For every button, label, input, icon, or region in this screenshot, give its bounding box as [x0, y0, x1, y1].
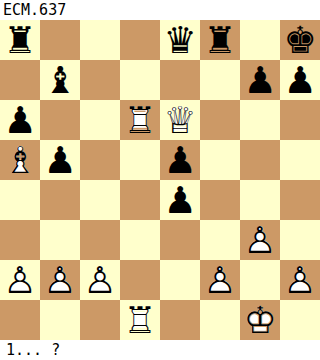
white-pawn-icon-outline: ♙ [280, 260, 320, 300]
square-f8[interactable]: ♜ [200, 20, 240, 60]
square-b5[interactable]: ♟ [40, 140, 80, 180]
square-b8[interactable] [40, 20, 80, 60]
black-rook-icon: ♜ [200, 20, 240, 60]
square-d7[interactable] [120, 60, 160, 100]
square-h4[interactable] [280, 180, 320, 220]
square-e3[interactable] [160, 220, 200, 260]
square-f6[interactable] [200, 100, 240, 140]
black-rook-icon: ♜ [0, 20, 40, 60]
square-f3[interactable] [200, 220, 240, 260]
black-bishop-icon: ♝ [40, 60, 80, 100]
black-pawn-icon: ♟ [240, 60, 280, 100]
square-d3[interactable] [120, 220, 160, 260]
square-f7[interactable] [200, 60, 240, 100]
square-b6[interactable] [40, 100, 80, 140]
square-e1[interactable] [160, 300, 200, 340]
black-queen-icon: ♛ [160, 20, 200, 60]
square-a2[interactable]: ♟♙ [0, 260, 40, 300]
square-f4[interactable] [200, 180, 240, 220]
chess-board: ♜♛♜♚♝♟♟♟♜♖♛♕♝♗♟♟♟♟♙♟♙♟♙♟♙♟♙♟♙♜♖♚♔ [0, 20, 320, 340]
square-b2[interactable]: ♟♙ [40, 260, 80, 300]
white-pawn-icon: ♟ [280, 260, 320, 300]
square-h7[interactable]: ♟ [280, 60, 320, 100]
square-e6[interactable]: ♛♕ [160, 100, 200, 140]
white-rook-icon-outline: ♖ [120, 300, 160, 340]
square-c5[interactable] [80, 140, 120, 180]
square-g1[interactable]: ♚♔ [240, 300, 280, 340]
black-pawn-icon: ♟ [160, 180, 200, 220]
square-g2[interactable] [240, 260, 280, 300]
square-h8[interactable]: ♚ [280, 20, 320, 60]
black-pawn-icon: ♟ [160, 140, 200, 180]
white-queen-icon: ♛ [160, 100, 200, 140]
square-b7[interactable]: ♝ [40, 60, 80, 100]
white-rook-icon: ♜ [120, 300, 160, 340]
square-g3[interactable]: ♟♙ [240, 220, 280, 260]
square-a3[interactable] [0, 220, 40, 260]
square-g7[interactable]: ♟ [240, 60, 280, 100]
white-pawn-icon-outline: ♙ [0, 260, 40, 300]
square-b4[interactable] [40, 180, 80, 220]
square-c3[interactable] [80, 220, 120, 260]
square-c1[interactable] [80, 300, 120, 340]
square-e8[interactable]: ♛ [160, 20, 200, 60]
move-prompt: 1... ? [0, 340, 320, 360]
white-pawn-icon: ♟ [0, 260, 40, 300]
square-c8[interactable] [80, 20, 120, 60]
square-g4[interactable] [240, 180, 280, 220]
square-d2[interactable] [120, 260, 160, 300]
white-rook-icon-outline: ♖ [120, 100, 160, 140]
white-king-icon-outline: ♔ [240, 300, 280, 340]
square-g8[interactable] [240, 20, 280, 60]
white-pawn-icon-outline: ♙ [40, 260, 80, 300]
square-e2[interactable] [160, 260, 200, 300]
square-b1[interactable] [40, 300, 80, 340]
square-a4[interactable] [0, 180, 40, 220]
square-c6[interactable] [80, 100, 120, 140]
black-pawn-icon: ♟ [0, 100, 40, 140]
square-d6[interactable]: ♜♖ [120, 100, 160, 140]
white-bishop-icon-outline: ♗ [0, 140, 40, 180]
puzzle-title: ECM.637 [0, 0, 320, 20]
square-a6[interactable]: ♟ [0, 100, 40, 140]
square-a7[interactable] [0, 60, 40, 100]
black-pawn-icon: ♟ [40, 140, 80, 180]
square-h6[interactable] [280, 100, 320, 140]
white-pawn-icon: ♟ [240, 220, 280, 260]
square-g6[interactable] [240, 100, 280, 140]
square-d5[interactable] [120, 140, 160, 180]
white-bishop-icon: ♝ [0, 140, 40, 180]
square-d8[interactable] [120, 20, 160, 60]
white-pawn-icon-outline: ♙ [240, 220, 280, 260]
white-king-icon: ♚ [240, 300, 280, 340]
white-pawn-icon: ♟ [40, 260, 80, 300]
black-pawn-icon: ♟ [280, 60, 320, 100]
square-h3[interactable] [280, 220, 320, 260]
square-f2[interactable]: ♟♙ [200, 260, 240, 300]
white-pawn-icon: ♟ [200, 260, 240, 300]
white-queen-icon-outline: ♕ [160, 100, 200, 140]
square-e7[interactable] [160, 60, 200, 100]
square-e5[interactable]: ♟ [160, 140, 200, 180]
square-d1[interactable]: ♜♖ [120, 300, 160, 340]
square-c4[interactable] [80, 180, 120, 220]
white-rook-icon: ♜ [120, 100, 160, 140]
square-f1[interactable] [200, 300, 240, 340]
square-h1[interactable] [280, 300, 320, 340]
white-pawn-icon-outline: ♙ [200, 260, 240, 300]
square-a5[interactable]: ♝♗ [0, 140, 40, 180]
square-a8[interactable]: ♜ [0, 20, 40, 60]
square-g5[interactable] [240, 140, 280, 180]
square-a1[interactable] [0, 300, 40, 340]
white-pawn-icon: ♟ [80, 260, 120, 300]
black-king-icon: ♚ [280, 20, 320, 60]
square-d4[interactable] [120, 180, 160, 220]
square-h2[interactable]: ♟♙ [280, 260, 320, 300]
square-f5[interactable] [200, 140, 240, 180]
square-e4[interactable]: ♟ [160, 180, 200, 220]
white-pawn-icon-outline: ♙ [80, 260, 120, 300]
square-c2[interactable]: ♟♙ [80, 260, 120, 300]
square-h5[interactable] [280, 140, 320, 180]
square-c7[interactable] [80, 60, 120, 100]
square-b3[interactable] [40, 220, 80, 260]
